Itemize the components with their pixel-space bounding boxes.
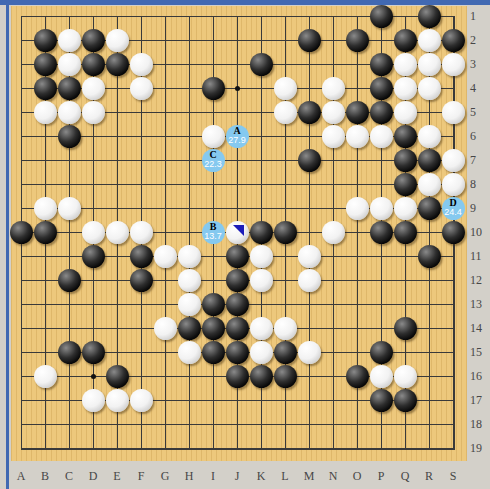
black-stone-R11[interactable]	[418, 245, 441, 268]
white-stone-N4[interactable]	[322, 77, 345, 100]
black-stone-S10[interactable]	[442, 221, 465, 244]
column-label-S: S	[446, 469, 460, 484]
black-stone-K3[interactable]	[250, 53, 273, 76]
row-label-12: 12	[470, 273, 488, 288]
white-stone-M15[interactable]	[298, 341, 321, 364]
go-app-window: { "game": "go", "board_size": 19, "windo…	[0, 0, 490, 489]
black-stone-P5[interactable]	[370, 101, 393, 124]
white-stone-K11[interactable]	[250, 245, 273, 268]
black-stone-J14[interactable]	[226, 317, 249, 340]
row-label-10: 10	[470, 225, 488, 240]
black-stone-J16[interactable]	[226, 365, 249, 388]
black-stone-P10[interactable]	[370, 221, 393, 244]
black-stone-O5[interactable]	[346, 101, 369, 124]
row-label-4: 4	[470, 81, 488, 96]
black-stone-F11[interactable]	[130, 245, 153, 268]
white-stone-N6[interactable]	[322, 125, 345, 148]
white-stone-D10[interactable]	[82, 221, 105, 244]
white-stone-Q5[interactable]	[394, 101, 417, 124]
black-stone-E16[interactable]	[106, 365, 129, 388]
white-stone-K14[interactable]	[250, 317, 273, 340]
white-stone-F4[interactable]	[130, 77, 153, 100]
row-label-11: 11	[470, 249, 488, 264]
black-stone-O16[interactable]	[346, 365, 369, 388]
white-stone-G14[interactable]	[154, 317, 177, 340]
black-stone-A10[interactable]	[10, 221, 33, 244]
column-label-L: L	[278, 469, 292, 484]
black-stone-O2[interactable]	[346, 29, 369, 52]
black-stone-I13[interactable]	[202, 293, 225, 316]
black-stone-L10[interactable]	[274, 221, 297, 244]
white-stone-N10[interactable]	[322, 221, 345, 244]
black-stone-M7[interactable]	[298, 149, 321, 172]
row-label-18: 18	[470, 417, 488, 432]
column-label-A: A	[14, 469, 28, 484]
black-stone-H14[interactable]	[178, 317, 201, 340]
black-stone-I4[interactable]	[202, 77, 225, 100]
column-label-C: C	[62, 469, 76, 484]
white-stone-F10[interactable]	[130, 221, 153, 244]
white-stone-M11[interactable]	[298, 245, 321, 268]
black-stone-F12[interactable]	[130, 269, 153, 292]
white-stone-S8[interactable]	[442, 173, 465, 196]
black-stone-J12[interactable]	[226, 269, 249, 292]
black-stone-P1[interactable]	[370, 5, 393, 28]
white-stone-N5[interactable]	[322, 101, 345, 124]
white-stone-P6[interactable]	[370, 125, 393, 148]
white-stone-O9[interactable]	[346, 197, 369, 220]
black-stone-C15[interactable]	[58, 341, 81, 364]
white-stone-Q16[interactable]	[394, 365, 417, 388]
column-label-E: E	[110, 469, 124, 484]
white-stone-O6[interactable]	[346, 125, 369, 148]
black-stone-Q6[interactable]	[394, 125, 417, 148]
black-stone-K16[interactable]	[250, 365, 273, 388]
column-label-N: N	[326, 469, 340, 484]
white-stone-L5[interactable]	[274, 101, 297, 124]
candidate-move-winrate: 22.3	[202, 160, 225, 169]
row-label-14: 14	[470, 321, 488, 336]
row-label-2: 2	[470, 33, 488, 48]
candidate-move-letter: C	[202, 149, 225, 160]
candidate-move-winrate: 27.9	[226, 136, 249, 145]
candidate-move-letter: D	[442, 197, 465, 208]
white-stone-C2[interactable]	[58, 29, 81, 52]
black-stone-L15[interactable]	[274, 341, 297, 364]
white-stone-E17[interactable]	[106, 389, 129, 412]
column-label-D: D	[86, 469, 100, 484]
row-label-19: 19	[470, 441, 488, 456]
white-stone-H11[interactable]	[178, 245, 201, 268]
white-stone-C3[interactable]	[58, 53, 81, 76]
white-stone-E10[interactable]	[106, 221, 129, 244]
black-stone-Q7[interactable]	[394, 149, 417, 172]
white-stone-R3[interactable]	[418, 53, 441, 76]
black-stone-Q17[interactable]	[394, 389, 417, 412]
black-stone-Q14[interactable]	[394, 317, 417, 340]
black-stone-C4[interactable]	[58, 77, 81, 100]
black-stone-J13[interactable]	[226, 293, 249, 316]
black-stone-R9[interactable]	[418, 197, 441, 220]
black-stone-M2[interactable]	[298, 29, 321, 52]
white-stone-Q3[interactable]	[394, 53, 417, 76]
black-stone-Q8[interactable]	[394, 173, 417, 196]
black-stone-R7[interactable]	[418, 149, 441, 172]
window-left-accent-line	[6, 5, 9, 489]
white-stone-Q9[interactable]	[394, 197, 417, 220]
row-label-1: 1	[470, 9, 488, 24]
black-stone-J11[interactable]	[226, 245, 249, 268]
column-label-G: G	[158, 469, 172, 484]
window-top-accent-bar	[0, 0, 490, 5]
white-stone-F17[interactable]	[130, 389, 153, 412]
white-stone-B5[interactable]	[34, 101, 57, 124]
white-stone-P16[interactable]	[370, 365, 393, 388]
black-stone-Q2[interactable]	[394, 29, 417, 52]
column-label-K: K	[254, 469, 268, 484]
black-stone-L16[interactable]	[274, 365, 297, 388]
black-stone-P3[interactable]	[370, 53, 393, 76]
candidate-move-letter: B	[202, 221, 225, 232]
white-stone-D5[interactable]	[82, 101, 105, 124]
black-stone-I14[interactable]	[202, 317, 225, 340]
candidate-move-winrate: 24.4	[442, 208, 465, 217]
row-label-5: 5	[470, 105, 488, 120]
black-stone-D2[interactable]	[82, 29, 105, 52]
black-stone-Q10[interactable]	[394, 221, 417, 244]
row-label-15: 15	[470, 345, 488, 360]
black-stone-P15[interactable]	[370, 341, 393, 364]
black-stone-P4[interactable]	[370, 77, 393, 100]
white-stone-H12[interactable]	[178, 269, 201, 292]
black-stone-P17[interactable]	[370, 389, 393, 412]
go-board[interactable]: A27.9B13.7C22.3D24.4	[11, 6, 467, 461]
column-label-P: P	[374, 469, 388, 484]
white-stone-R6[interactable]	[418, 125, 441, 148]
white-stone-K15[interactable]	[250, 341, 273, 364]
white-stone-B9[interactable]	[34, 197, 57, 220]
candidate-move-B-I10[interactable]: B13.7	[202, 221, 225, 244]
white-stone-C5[interactable]	[58, 101, 81, 124]
black-stone-D15[interactable]	[82, 341, 105, 364]
white-stone-F3[interactable]	[130, 53, 153, 76]
column-label-R: R	[422, 469, 436, 484]
column-label-H: H	[182, 469, 196, 484]
white-stone-S5[interactable]	[442, 101, 465, 124]
black-stone-D3[interactable]	[82, 53, 105, 76]
black-stone-J15[interactable]	[226, 341, 249, 364]
black-stone-R1[interactable]	[418, 5, 441, 28]
white-stone-R8[interactable]	[418, 173, 441, 196]
column-label-J: J	[230, 469, 244, 484]
row-label-16: 16	[470, 369, 488, 384]
column-label-F: F	[134, 469, 148, 484]
last-move-triangle-marker-J10	[233, 225, 244, 236]
white-stone-S3[interactable]	[442, 53, 465, 76]
white-stone-H13[interactable]	[178, 293, 201, 316]
column-label-M: M	[302, 469, 316, 484]
candidate-move-winrate: 13.7	[202, 232, 225, 241]
black-stone-B10[interactable]	[34, 221, 57, 244]
white-stone-B16[interactable]	[34, 365, 57, 388]
white-stone-M12[interactable]	[298, 269, 321, 292]
white-stone-H15[interactable]	[178, 341, 201, 364]
white-stone-L4[interactable]	[274, 77, 297, 100]
white-stone-E2[interactable]	[106, 29, 129, 52]
row-label-17: 17	[470, 393, 488, 408]
column-label-I: I	[206, 469, 220, 484]
black-stone-B2[interactable]	[34, 29, 57, 52]
star-point-D16	[91, 374, 96, 379]
white-stone-G11[interactable]	[154, 245, 177, 268]
white-stone-S7[interactable]	[442, 149, 465, 172]
white-stone-D4[interactable]	[82, 77, 105, 100]
white-stone-K12[interactable]	[250, 269, 273, 292]
white-stone-P9[interactable]	[370, 197, 393, 220]
row-label-8: 8	[470, 177, 488, 192]
candidate-move-D-S9[interactable]: D24.4	[442, 197, 465, 220]
candidate-move-C-I7[interactable]: C22.3	[202, 149, 225, 172]
black-stone-K10[interactable]	[250, 221, 273, 244]
black-stone-C12[interactable]	[58, 269, 81, 292]
white-stone-R4[interactable]	[418, 77, 441, 100]
white-stone-Q4[interactable]	[394, 77, 417, 100]
column-label-B: B	[38, 469, 52, 484]
black-stone-S2[interactable]	[442, 29, 465, 52]
white-stone-I6[interactable]	[202, 125, 225, 148]
column-label-O: O	[350, 469, 364, 484]
black-stone-D11[interactable]	[82, 245, 105, 268]
white-stone-C9[interactable]	[58, 197, 81, 220]
column-label-Q: Q	[398, 469, 412, 484]
black-stone-I15[interactable]	[202, 341, 225, 364]
white-stone-L14[interactable]	[274, 317, 297, 340]
row-label-3: 3	[470, 57, 488, 72]
star-point-J4	[235, 86, 240, 91]
row-label-6: 6	[470, 129, 488, 144]
row-label-13: 13	[470, 297, 488, 312]
row-label-7: 7	[470, 153, 488, 168]
black-stone-M5[interactable]	[298, 101, 321, 124]
row-label-9: 9	[470, 201, 488, 216]
black-stone-E3[interactable]	[106, 53, 129, 76]
white-stone-R2[interactable]	[418, 29, 441, 52]
black-stone-B3[interactable]	[34, 53, 57, 76]
black-stone-C6[interactable]	[58, 125, 81, 148]
candidate-move-A-J6[interactable]: A27.9	[226, 125, 249, 148]
candidate-move-letter: A	[226, 125, 249, 136]
white-stone-D17[interactable]	[82, 389, 105, 412]
black-stone-B4[interactable]	[34, 77, 57, 100]
